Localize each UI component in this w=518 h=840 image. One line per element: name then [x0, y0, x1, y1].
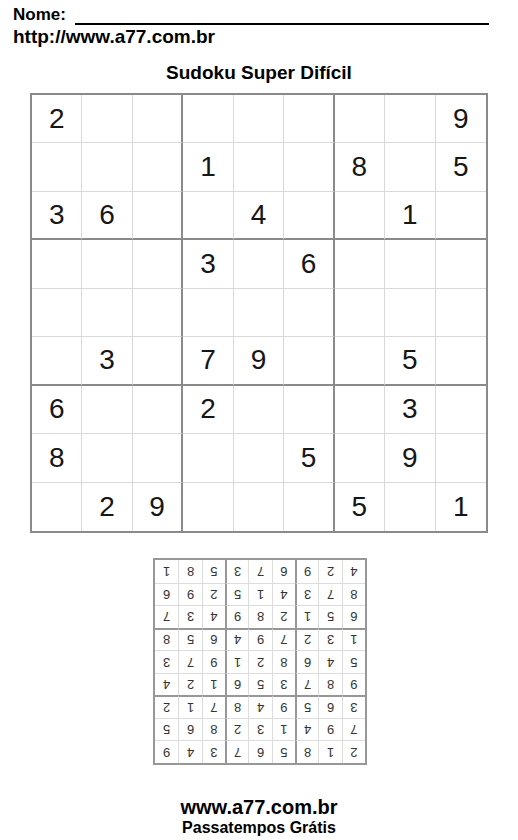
sudoku-cell-r7c9: [436, 386, 486, 434]
solution-cell-r3c1: 3: [342, 695, 365, 718]
sudoku-cell-r6c5: 9: [234, 337, 284, 385]
solution-cell-r1c2: 1: [318, 740, 341, 763]
solution-cell-r1c6: 7: [225, 740, 248, 763]
solution-cell-r3c7: 7: [202, 695, 225, 718]
sudoku-cell-r5c7: [335, 289, 385, 337]
sudoku-cell-r9c8: [385, 483, 435, 531]
solution-cell-r6c2: 3: [318, 628, 341, 651]
solution-cell-r4c5: 5: [248, 673, 271, 696]
solution-cell-r1c8: 4: [178, 740, 201, 763]
solution-cell-r7c8: 3: [178, 605, 201, 628]
sudoku-cell-r6c7: [335, 337, 385, 385]
sudoku-cell-r2c4: 1: [183, 143, 233, 191]
sudoku-cell-r8c8: 9: [385, 434, 435, 482]
solution-cell-r7c5: 8: [248, 605, 271, 628]
solution-cell-r9c3: 9: [295, 560, 318, 583]
sudoku-cell-r5c8: [385, 289, 435, 337]
solution-cell-r4c7: 1: [202, 673, 225, 696]
sudoku-cell-r2c6: [284, 143, 334, 191]
sudoku-page: Nome: http://www.a77.com.br Sudoku Super…: [0, 0, 518, 840]
sudoku-cell-r9c7: 5: [335, 483, 385, 531]
sudoku-cell-r6c8: 5: [385, 337, 435, 385]
solution-cell-r3c4: 9: [272, 695, 295, 718]
solution-cell-r8c3: 3: [295, 583, 318, 606]
solution-cell-r1c7: 3: [202, 740, 225, 763]
solution-cell-r6c3: 2: [295, 628, 318, 651]
sudoku-cell-r4c2: [82, 240, 132, 288]
sudoku-cell-r1c8: [385, 95, 435, 143]
sudoku-cell-r1c9: 9: [436, 95, 486, 143]
solution-cell-r2c3: 4: [295, 718, 318, 741]
solution-cell-r5c3: 6: [295, 650, 318, 673]
sudoku-cell-r1c6: [284, 95, 334, 143]
sudoku-cell-r8c9: [436, 434, 486, 482]
sudoku-cell-r4c8: [385, 240, 435, 288]
sudoku-cell-r5c9: [436, 289, 486, 337]
solution-cell-r7c1: 6: [342, 605, 365, 628]
sudoku-cell-r3c7: [335, 192, 385, 240]
solution-cell-r3c3: 5: [295, 695, 318, 718]
solution-cell-r2c7: 8: [202, 718, 225, 741]
sudoku-cell-r7c7: [335, 386, 385, 434]
sudoku-cell-r6c6: [284, 337, 334, 385]
solution-cell-r8c1: 8: [342, 583, 365, 606]
sudoku-cell-r4c3: [133, 240, 183, 288]
sudoku-cell-r1c3: [133, 95, 183, 143]
footer-tagline: Passatempos Grátis: [0, 819, 518, 837]
sudoku-cell-r3c1: 3: [32, 192, 82, 240]
sudoku-cell-r2c3: [133, 143, 183, 191]
solution-cell-r6c1: 1: [342, 628, 365, 651]
solution-cell-r8c5: 1: [248, 583, 271, 606]
sudoku-cell-r2c7: 8: [335, 143, 385, 191]
solution-cell-r1c9: 9: [155, 740, 178, 763]
footer-site-url: www.a77.com.br: [0, 796, 518, 819]
solution-cell-r5c4: 8: [272, 650, 295, 673]
sudoku-cell-r9c3: 9: [133, 483, 183, 531]
solution-cell-r9c8: 8: [178, 560, 201, 583]
sudoku-cell-r5c5: [234, 289, 284, 337]
solution-cell-r9c9: 1: [155, 560, 178, 583]
solution-cell-r7c7: 4: [202, 605, 225, 628]
sudoku-cell-r2c8: [385, 143, 435, 191]
sudoku-cell-r3c3: [133, 192, 183, 240]
solution-cell-r2c2: 9: [318, 718, 341, 741]
sudoku-cell-r3c4: [183, 192, 233, 240]
solution-cell-r8c8: 9: [178, 583, 201, 606]
sudoku-cell-r1c7: [335, 95, 385, 143]
sudoku-cell-r4c1: [32, 240, 82, 288]
sudoku-cell-r1c1: 2: [32, 95, 82, 143]
sudoku-cell-r8c4: [183, 434, 233, 482]
solution-cell-r3c6: 8: [225, 695, 248, 718]
solution-cell-r2c4: 1: [272, 718, 295, 741]
sudoku-cell-r8c6: 5: [284, 434, 334, 482]
solution-cell-r9c1: 4: [342, 560, 365, 583]
solution-cell-r3c9: 2: [155, 695, 178, 718]
sudoku-cell-r8c7: [335, 434, 385, 482]
solution-cell-r8c6: 5: [225, 583, 248, 606]
solution-cell-r2c5: 3: [248, 718, 271, 741]
solution-cell-r7c2: 5: [318, 605, 341, 628]
solution-cell-r5c5: 2: [248, 650, 271, 673]
solution-cell-r1c4: 5: [272, 740, 295, 763]
sudoku-cell-r7c2: [82, 386, 132, 434]
sudoku-cell-r2c9: 5: [436, 143, 486, 191]
sudoku-cell-r9c1: [32, 483, 82, 531]
solution-cell-r3c8: 1: [178, 695, 201, 718]
solution-cell-r2c1: 7: [342, 718, 365, 741]
solution-cell-r1c1: 2: [342, 740, 365, 763]
solution-cell-r4c1: 9: [342, 673, 365, 696]
sudoku-cell-r8c1: 8: [32, 434, 82, 482]
sudoku-cell-r4c5: [234, 240, 284, 288]
solution-cell-r6c8: 5: [178, 628, 201, 651]
solution-cell-r9c2: 2: [318, 560, 341, 583]
solution-cell-r6c4: 7: [272, 628, 295, 651]
solution-cell-r7c6: 9: [225, 605, 248, 628]
sudoku-cell-r6c1: [32, 337, 82, 385]
sudoku-cell-r4c6: 6: [284, 240, 334, 288]
sudoku-cell-r3c5: 4: [234, 192, 284, 240]
solution-cell-r2c6: 2: [225, 718, 248, 741]
solution-cell-r6c7: 6: [202, 628, 225, 651]
solution-cell-r4c8: 2: [178, 673, 201, 696]
solution-board-upside-down: 2185673497941328653659487129873561245468…: [153, 558, 367, 765]
solution-cell-r1c5: 6: [248, 740, 271, 763]
solution-cell-r2c8: 6: [178, 718, 201, 741]
sudoku-cell-r7c8: 3: [385, 386, 435, 434]
solution-cell-r5c7: 9: [202, 650, 225, 673]
sudoku-cell-r1c4: [183, 95, 233, 143]
sudoku-board: 2918536413637956238592951: [30, 93, 488, 533]
solution-cell-r1c3: 8: [295, 740, 318, 763]
sudoku-cell-r3c9: [436, 192, 486, 240]
sudoku-cell-r6c2: 3: [82, 337, 132, 385]
solution-cell-r8c7: 2: [202, 583, 225, 606]
solution-cell-r4c2: 8: [318, 673, 341, 696]
solution-cell-r7c3: 1: [295, 605, 318, 628]
site-url-text: http://www.a77.com.br: [13, 26, 215, 48]
solution-cell-r5c1: 5: [342, 650, 365, 673]
sudoku-cell-r1c5: [234, 95, 284, 143]
sudoku-cell-r7c3: [133, 386, 183, 434]
sudoku-cell-r3c8: 1: [385, 192, 435, 240]
solution-cell-r6c5: 9: [248, 628, 271, 651]
sudoku-cell-r9c2: 2: [82, 483, 132, 531]
sudoku-cell-r2c1: [32, 143, 82, 191]
sudoku-cell-r2c5: [234, 143, 284, 191]
sudoku-cell-r9c5: [234, 483, 284, 531]
name-blank-line: [75, 8, 489, 25]
sudoku-cell-r4c7: [335, 240, 385, 288]
sudoku-cell-r8c2: [82, 434, 132, 482]
solution-cell-r3c2: 6: [318, 695, 341, 718]
solution-cell-r8c2: 7: [318, 583, 341, 606]
solution-cell-r4c9: 4: [155, 673, 178, 696]
sudoku-cell-r1c2: [82, 95, 132, 143]
solution-cell-r5c6: 1: [225, 650, 248, 673]
solution-cell-r3c5: 4: [248, 695, 271, 718]
sudoku-cell-r9c4: [183, 483, 233, 531]
sudoku-cell-r3c6: [284, 192, 334, 240]
solution-cell-r5c2: 4: [318, 650, 341, 673]
solution-cell-r2c9: 5: [155, 718, 178, 741]
solution-cell-r4c4: 3: [272, 673, 295, 696]
sudoku-cell-r6c3: [133, 337, 183, 385]
puzzle-title: Sudoku Super Difícil: [0, 62, 518, 84]
sudoku-cell-r8c3: [133, 434, 183, 482]
sudoku-cell-r3c2: 6: [82, 192, 132, 240]
sudoku-cell-r5c6: [284, 289, 334, 337]
sudoku-cell-r5c1: [32, 289, 82, 337]
sudoku-cell-r4c9: [436, 240, 486, 288]
solution-cell-r9c5: 7: [248, 560, 271, 583]
solution-cell-r4c3: 7: [295, 673, 318, 696]
solution-cell-r8c4: 4: [272, 583, 295, 606]
solution-cell-r9c6: 3: [225, 560, 248, 583]
sudoku-cell-r2c2: [82, 143, 132, 191]
solution-cell-r6c9: 8: [155, 628, 178, 651]
sudoku-cell-r7c4: 2: [183, 386, 233, 434]
name-field-row: Nome:: [13, 5, 489, 25]
sudoku-cell-r5c4: [183, 289, 233, 337]
sudoku-cell-r5c3: [133, 289, 183, 337]
sudoku-cell-r9c6: [284, 483, 334, 531]
solution-cell-r6c6: 4: [225, 628, 248, 651]
sudoku-cell-r7c5: [234, 386, 284, 434]
sudoku-cell-r9c9: 1: [436, 483, 486, 531]
solution-cell-r7c9: 7: [155, 605, 178, 628]
solution-cell-r8c9: 6: [155, 583, 178, 606]
sudoku-cell-r5c2: [82, 289, 132, 337]
solution-cell-r9c4: 6: [272, 560, 295, 583]
sudoku-cell-r4c4: 3: [183, 240, 233, 288]
solution-cell-r4c6: 6: [225, 673, 248, 696]
solution-cell-r5c8: 7: [178, 650, 201, 673]
sudoku-cell-r6c9: [436, 337, 486, 385]
solution-cell-r9c7: 5: [202, 560, 225, 583]
sudoku-cell-r7c6: [284, 386, 334, 434]
name-label: Nome:: [13, 5, 66, 25]
sudoku-cell-r8c5: [234, 434, 284, 482]
sudoku-cell-r6c4: 7: [183, 337, 233, 385]
solution-cell-r5c9: 3: [155, 650, 178, 673]
sudoku-cell-r7c1: 6: [32, 386, 82, 434]
solution-cell-r7c4: 2: [272, 605, 295, 628]
